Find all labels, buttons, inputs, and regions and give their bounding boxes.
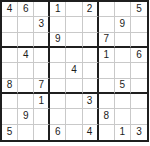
- cell-r6c5[interactable]: [66, 79, 82, 94]
- cell-r2c1[interactable]: [2, 17, 18, 32]
- cell-r6c6[interactable]: [83, 79, 99, 94]
- cell-r3c6[interactable]: [83, 33, 99, 48]
- cell-r1c1[interactable]: 4: [2, 2, 18, 17]
- cell-r4c8[interactable]: [115, 48, 131, 63]
- cell-r8c7[interactable]: 8: [99, 109, 115, 124]
- cell-r1c5[interactable]: [66, 2, 82, 17]
- cell-r9c3[interactable]: [34, 125, 50, 140]
- cell-r3c8[interactable]: [115, 33, 131, 48]
- cell-r6c1[interactable]: 8: [2, 79, 18, 94]
- cell-r8c2[interactable]: 9: [18, 109, 34, 124]
- cell-r5c8[interactable]: [115, 63, 131, 78]
- cell-r9c1[interactable]: 5: [2, 125, 18, 140]
- cell-r5c5[interactable]: 4: [66, 63, 82, 78]
- cell-r4c7[interactable]: 1: [99, 48, 115, 63]
- cell-r1c9[interactable]: 5: [131, 2, 147, 17]
- cell-r3c7[interactable]: 7: [99, 33, 115, 48]
- cell-r1c2[interactable]: 6: [18, 2, 34, 17]
- cell-r1c8[interactable]: [115, 2, 131, 17]
- cell-r7c6[interactable]: 3: [83, 94, 99, 109]
- cell-r7c1[interactable]: [2, 94, 18, 109]
- cell-r1c3[interactable]: [34, 2, 50, 17]
- cell-r7c4[interactable]: [50, 94, 66, 109]
- cell-r3c4[interactable]: 9: [50, 33, 66, 48]
- sudoku-board: 4612539974164875139856413: [0, 0, 149, 142]
- cell-r4c5[interactable]: [66, 48, 82, 63]
- cell-r7c8[interactable]: [115, 94, 131, 109]
- cell-r8c5[interactable]: [66, 109, 82, 124]
- cell-r5c3[interactable]: [34, 63, 50, 78]
- cell-r9c2[interactable]: [18, 125, 34, 140]
- cell-r3c5[interactable]: [66, 33, 82, 48]
- cell-r4c3[interactable]: [34, 48, 50, 63]
- cell-r9c5[interactable]: [66, 125, 82, 140]
- cell-r2c7[interactable]: [99, 17, 115, 32]
- cell-r8c8[interactable]: [115, 109, 131, 124]
- cell-r4c6[interactable]: [83, 48, 99, 63]
- cell-r5c2[interactable]: [18, 63, 34, 78]
- cell-r8c3[interactable]: [34, 109, 50, 124]
- cell-r2c3[interactable]: 3: [34, 17, 50, 32]
- cell-r8c9[interactable]: [131, 109, 147, 124]
- cell-r9c4[interactable]: 6: [50, 125, 66, 140]
- cell-r2c2[interactable]: [18, 17, 34, 32]
- cell-r7c2[interactable]: [18, 94, 34, 109]
- cell-r3c9[interactable]: [131, 33, 147, 48]
- cell-r4c4[interactable]: [50, 48, 66, 63]
- cell-r6c7[interactable]: [99, 79, 115, 94]
- cell-r1c7[interactable]: [99, 2, 115, 17]
- cell-r3c1[interactable]: [2, 33, 18, 48]
- cell-r8c6[interactable]: [83, 109, 99, 124]
- cell-r9c9[interactable]: 3: [131, 125, 147, 140]
- cell-r5c1[interactable]: [2, 63, 18, 78]
- cell-r3c2[interactable]: [18, 33, 34, 48]
- cell-r1c4[interactable]: 1: [50, 2, 66, 17]
- cell-r7c9[interactable]: [131, 94, 147, 109]
- cell-r6c8[interactable]: 5: [115, 79, 131, 94]
- cell-r9c7[interactable]: [99, 125, 115, 140]
- cell-r7c7[interactable]: [99, 94, 115, 109]
- cell-r4c9[interactable]: 6: [131, 48, 147, 63]
- cell-r6c4[interactable]: [50, 79, 66, 94]
- cell-r8c1[interactable]: [2, 109, 18, 124]
- cell-r2c6[interactable]: [83, 17, 99, 32]
- cell-r2c9[interactable]: [131, 17, 147, 32]
- cell-r2c4[interactable]: [50, 17, 66, 32]
- cell-r6c9[interactable]: [131, 79, 147, 94]
- cell-r5c7[interactable]: [99, 63, 115, 78]
- cell-r4c1[interactable]: [2, 48, 18, 63]
- cell-r7c3[interactable]: 1: [34, 94, 50, 109]
- cell-r2c5[interactable]: [66, 17, 82, 32]
- cell-r5c6[interactable]: [83, 63, 99, 78]
- cell-r9c8[interactable]: 1: [115, 125, 131, 140]
- cell-r1c6[interactable]: 2: [83, 2, 99, 17]
- cell-r5c4[interactable]: [50, 63, 66, 78]
- cell-r5c9[interactable]: [131, 63, 147, 78]
- cell-r6c3[interactable]: 7: [34, 79, 50, 94]
- cell-r4c2[interactable]: 4: [18, 48, 34, 63]
- cell-r3c3[interactable]: [34, 33, 50, 48]
- sudoku-puzzle: 4612539974164875139856413: [0, 0, 150, 146]
- cell-r8c4[interactable]: [50, 109, 66, 124]
- cell-r2c8[interactable]: 9: [115, 17, 131, 32]
- cell-r6c2[interactable]: [18, 79, 34, 94]
- cell-r9c6[interactable]: 4: [83, 125, 99, 140]
- cell-r7c5[interactable]: [66, 94, 82, 109]
